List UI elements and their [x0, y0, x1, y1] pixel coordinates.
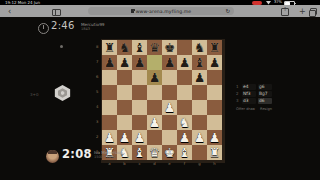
badge-core	[61, 91, 65, 95]
move-white-3[interactable]: d3	[242, 98, 256, 104]
piece-bP-b7[interactable]: ♟	[117, 55, 132, 70]
top-player-rating: 1843	[81, 27, 104, 32]
rank-label-4: 4	[96, 99, 98, 114]
square-d1[interactable]: ♛	[147, 145, 162, 160]
file-label-g: g	[192, 162, 207, 166]
square-h3[interactable]	[207, 115, 222, 130]
square-e1[interactable]: ♚	[162, 145, 177, 160]
square-e8[interactable]: ♚	[162, 40, 177, 55]
rank-label-2: 2	[96, 129, 98, 144]
piece-wK-e1[interactable]: ♚	[162, 145, 177, 160]
square-g5[interactable]	[192, 85, 207, 100]
square-d2[interactable]	[147, 130, 162, 145]
square-g3[interactable]	[192, 115, 207, 130]
square-c6[interactable]	[132, 70, 147, 85]
badge-inner	[58, 88, 68, 97]
ipad-screen: 19:12 Mon 24 Jun 37% ‹ www-arena.myfling…	[0, 0, 320, 180]
square-d3[interactable]: ♟	[147, 115, 162, 130]
move-white-1[interactable]: e4	[242, 84, 256, 90]
square-c5[interactable]	[132, 85, 147, 100]
piece-bQ-d8[interactable]: ♛	[147, 40, 162, 55]
square-d7[interactable]	[147, 55, 162, 70]
square-g2[interactable]: ♟	[192, 130, 207, 145]
move-number: 1	[236, 84, 240, 89]
square-c1[interactable]: ♝	[132, 145, 147, 160]
piece-wP-h2[interactable]: ♟	[207, 130, 222, 145]
square-h8[interactable]: ♜	[207, 40, 222, 55]
square-f5[interactable]	[177, 85, 192, 100]
file-label-h: h	[207, 162, 222, 166]
rank-label-6: 6	[96, 69, 98, 84]
square-f3[interactable]: ♞	[177, 115, 192, 130]
piece-wP-d3[interactable]: ♟	[147, 115, 162, 130]
square-h5[interactable]	[207, 85, 222, 100]
square-e4[interactable]: ♟	[162, 100, 177, 115]
square-b6[interactable]	[117, 70, 132, 85]
new-tab-icon[interactable]: +	[299, 6, 306, 17]
square-d6[interactable]: ♟	[147, 70, 162, 85]
square-f2[interactable]: ♟	[177, 130, 192, 145]
square-c3[interactable]	[132, 115, 147, 130]
square-d5[interactable]	[147, 85, 162, 100]
resign-button[interactable]: Resign	[260, 107, 272, 111]
bottom-player-info[interactable]: Isa Menersion 1500 · 1450	[94, 150, 123, 160]
move-number: 2	[236, 91, 240, 96]
bottom-player-clock: 2:08	[62, 147, 92, 161]
piece-wP-b2[interactable]: ♟	[117, 130, 132, 145]
piece-bK-e8[interactable]: ♚	[162, 40, 177, 55]
square-a6[interactable]	[102, 70, 117, 85]
square-h7[interactable]: ♟	[207, 55, 222, 70]
move-black-3[interactable]: d6	[258, 98, 272, 104]
avatar[interactable]	[46, 150, 59, 163]
piece-bP-h7[interactable]: ♟	[207, 55, 222, 70]
wifi-icon	[266, 1, 271, 5]
connection-dot-icon	[60, 45, 63, 48]
bottom-player-rating: 1500 · 1450	[94, 155, 123, 160]
time-control-label: 3+0	[30, 92, 38, 97]
square-a3[interactable]	[102, 115, 117, 130]
square-c4[interactable]	[132, 100, 147, 115]
piece-bR-a8[interactable]: ♜	[102, 40, 117, 55]
back-button[interactable]: ‹	[8, 6, 11, 17]
move-white-2[interactable]: Nf3	[242, 91, 256, 97]
piece-bP-f7[interactable]: ♟	[177, 55, 192, 70]
square-f4[interactable]	[177, 100, 192, 115]
square-f8[interactable]	[177, 40, 192, 55]
piece-bN-b8[interactable]: ♞	[117, 40, 132, 55]
piece-wP-c2[interactable]: ♟	[132, 130, 147, 145]
square-e7[interactable]: ♟	[162, 55, 177, 70]
piece-wP-g2[interactable]: ♟	[192, 130, 207, 145]
square-h6[interactable]	[207, 70, 222, 85]
piece-bP-c7[interactable]: ♟	[132, 55, 147, 70]
address-bar[interactable]: www-arena.myfling.me ↻	[88, 7, 234, 15]
piece-bN-g8[interactable]: ♞	[192, 40, 207, 55]
lock-icon	[131, 10, 134, 13]
square-c2[interactable]: ♟	[132, 130, 147, 145]
chess-board[interactable]: ♜♞♝♛♚♞♜♟♟♟♟♟♝♟♟♟♟♟♞♟♟♟♟♟♟♜♞♝♛♚♝♜	[102, 40, 222, 160]
square-a2[interactable]: ♟	[102, 130, 117, 145]
square-b2[interactable]: ♟	[117, 130, 132, 145]
square-c7[interactable]: ♟	[132, 55, 147, 70]
square-a8[interactable]: ♜	[102, 40, 117, 55]
piece-wB-f1[interactable]: ♝	[177, 145, 192, 160]
file-coordinates: abcdefgh	[102, 162, 222, 166]
piece-bR-h8[interactable]: ♜	[207, 40, 222, 55]
game-controls: Offer draw Resign	[236, 107, 282, 111]
piece-wP-a2[interactable]: ♟	[102, 130, 117, 145]
move-number: 3	[236, 98, 240, 103]
rank-label-3: 3	[96, 114, 98, 129]
square-g1[interactable]	[192, 145, 207, 160]
square-e5[interactable]	[162, 85, 177, 100]
piece-bB-c8[interactable]: ♝	[132, 40, 147, 55]
move-black-2[interactable]: Bg7	[258, 91, 272, 97]
tabs-icon[interactable]	[310, 8, 317, 15]
board-frame: ♜♞♝♛♚♞♜♟♟♟♟♟♝♟♟♟♟♟♞♟♟♟♟♟♟♜♞♝♛♚♝♜	[101, 39, 225, 163]
square-h2[interactable]: ♟	[207, 130, 222, 145]
square-b5[interactable]	[117, 85, 132, 100]
refresh-icon[interactable]: ↻	[225, 7, 230, 15]
square-f7[interactable]: ♟	[177, 55, 192, 70]
piece-wR-h1[interactable]: ♜	[207, 145, 222, 160]
square-e6[interactable]	[162, 70, 177, 85]
piece-wN-f3[interactable]: ♞	[177, 115, 192, 130]
file-label-d: d	[147, 162, 162, 166]
piece-bB-g7[interactable]: ♝	[192, 55, 207, 70]
square-e3[interactable]	[162, 115, 177, 130]
game-page: 2:46 Mercutio99 1843 3+0 ♜♞♝♛♚♞♜♟♟♟♟♟♝♟♟…	[0, 17, 320, 180]
rank-label-8: 8	[96, 39, 98, 54]
rank-coordinates: 87654321	[96, 39, 98, 159]
square-d4[interactable]	[147, 100, 162, 115]
tournament-badge-icon[interactable]	[54, 85, 71, 101]
file-label-e: e	[162, 162, 177, 166]
piece-wB-c1[interactable]: ♝	[132, 145, 147, 160]
square-a4[interactable]	[102, 100, 117, 115]
piece-bP-g6[interactable]: ♟	[192, 70, 207, 85]
file-label-b: b	[117, 162, 132, 166]
square-a7[interactable]: ♟	[102, 55, 117, 70]
rank-label-7: 7	[96, 54, 98, 69]
file-label-a: a	[102, 162, 117, 166]
square-f1[interactable]: ♝	[177, 145, 192, 160]
piece-bP-d6[interactable]: ♟	[147, 70, 162, 85]
move-black-1[interactable]: g6	[258, 84, 272, 90]
square-g7[interactable]: ♝	[192, 55, 207, 70]
browser-toolbar: ‹ www-arena.myfling.me ↻ +	[0, 5, 320, 17]
square-h1[interactable]: ♜	[207, 145, 222, 160]
file-label-c: c	[132, 162, 147, 166]
sidebar-icon[interactable]	[52, 9, 61, 17]
move-row: 3 d3 d6	[236, 97, 272, 104]
top-player-info[interactable]: Mercutio99 1843	[81, 22, 104, 32]
piece-bP-e7[interactable]: ♟	[162, 55, 177, 70]
square-a5[interactable]	[102, 85, 117, 100]
square-g8[interactable]: ♞	[192, 40, 207, 55]
move-row: 2 Nf3 Bg7	[236, 90, 272, 97]
square-g4[interactable]	[192, 100, 207, 115]
square-e2[interactable]	[162, 130, 177, 145]
piece-wP-e4[interactable]: ♟	[162, 100, 177, 115]
file-label-f: f	[177, 162, 192, 166]
piece-bP-a7[interactable]: ♟	[102, 55, 117, 70]
square-b4[interactable]	[117, 100, 132, 115]
square-d8[interactable]: ♛	[147, 40, 162, 55]
clock-icon	[38, 23, 49, 34]
url-text: www-arena.myfling.me	[136, 9, 192, 14]
square-b7[interactable]: ♟	[117, 55, 132, 70]
piece-wQ-d1[interactable]: ♛	[147, 145, 162, 160]
square-c8[interactable]: ♝	[132, 40, 147, 55]
piece-wP-f2[interactable]: ♟	[177, 130, 192, 145]
offer-draw-button[interactable]: Offer draw	[236, 107, 255, 111]
square-b3[interactable]	[117, 115, 132, 130]
rank-label-5: 5	[96, 84, 98, 99]
square-b8[interactable]: ♞	[117, 40, 132, 55]
share-icon[interactable]	[281, 8, 289, 16]
move-list[interactable]: 1 e4 g6 2 Nf3 Bg7 3 d3 d6	[236, 83, 272, 104]
square-g6[interactable]: ♟	[192, 70, 207, 85]
top-player-clock: 2:46	[51, 20, 75, 31]
square-h4[interactable]	[207, 100, 222, 115]
square-f6[interactable]	[177, 70, 192, 85]
move-row: 1 e4 g6	[236, 83, 272, 90]
